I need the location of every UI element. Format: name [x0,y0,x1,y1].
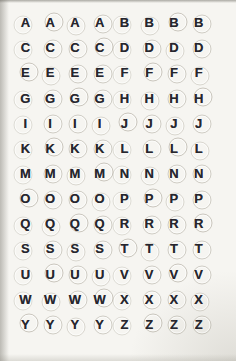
sticker-letter: C [45,41,54,54]
sticker-letter: U [95,268,104,281]
sticker-cell[interactable]: F [162,60,187,85]
sticker-cell[interactable]: Y [38,312,63,337]
sticker-cell[interactable]: B [112,10,137,35]
sticker-letter: P [145,192,154,205]
sticker-letter: C [95,41,104,54]
sticker-cell[interactable]: Z [112,312,137,337]
sticker-letter: T [145,242,153,255]
sticker-cell[interactable]: X [112,287,137,312]
sticker-letter: Z [170,318,178,331]
sticker-letter: C [70,41,79,54]
sticker-cell[interactable]: Y [63,312,88,337]
sticker-letter: Q [95,217,105,230]
sticker-cell[interactable]: V [137,262,162,287]
sticker-circle-outline [68,115,87,134]
sticker-cell[interactable]: G [38,85,63,110]
sticker-letter: N [120,167,129,180]
sticker-cell[interactable]: D [112,35,137,60]
sticker-letter: Y [71,318,80,331]
sticker-cell[interactable]: C [87,35,112,60]
sticker-letter: K [21,142,30,155]
sticker-cell[interactable]: O [13,186,38,211]
sticker-letter: M [45,167,56,180]
sticker-letter: A [95,16,104,29]
sticker-letter: J [146,117,153,130]
sticker-cell[interactable]: K [13,136,38,161]
sticker-cell[interactable]: E [38,60,63,85]
sticker-letter: R [169,217,178,230]
sticker-letter: W [19,293,31,306]
sticker-cell[interactable]: Q [63,211,88,236]
sticker-cell[interactable]: J [186,111,211,136]
sticker-cell[interactable]: O [63,186,88,211]
sticker-letter: B [120,16,129,29]
sticker-letter: H [194,92,203,105]
sticker-cell[interactable]: L [112,136,137,161]
sticker-cell[interactable]: U [13,262,38,287]
sticker-letter: E [95,66,104,79]
sticker-letter: G [70,92,80,105]
sticker-cell[interactable]: R [162,211,187,236]
sticker-letter: D [144,41,153,54]
sticker-cell[interactable]: H [186,85,211,110]
sticker-cell[interactable]: M [13,161,38,186]
sticker-cell[interactable]: B [162,10,187,35]
sticker-letter: L [195,142,203,155]
sticker-cell[interactable]: U [38,262,63,287]
sticker-cell[interactable]: K [87,136,112,161]
sticker-cell[interactable]: P [162,186,187,211]
sticker-letter: L [120,142,128,155]
sticker-cell[interactable]: N [112,161,137,186]
sticker-cell[interactable]: F [186,60,211,85]
sticker-letter: A [21,16,30,29]
sticker-cell[interactable]: W [13,287,38,312]
sticker-cell[interactable]: L [162,136,187,161]
sticker-letter: G [20,92,30,105]
sticker-cell[interactable]: U [63,262,88,287]
sticker-letter: H [169,92,178,105]
sticker-cell[interactable]: J [112,111,137,136]
sticker-cell[interactable]: G [13,85,38,110]
sticker-cell[interactable]: K [38,136,63,161]
sticker-letter: E [21,66,30,79]
sticker-letter: B [169,16,178,29]
sticker-letter: F [120,66,128,79]
sticker-letter: J [195,117,202,130]
sticker-cell[interactable]: M [38,161,63,186]
sticker-letter: F [170,66,178,79]
sticker-cell[interactable]: Q [13,211,38,236]
sticker-cell[interactable]: U [87,262,112,287]
sticker-cell[interactable]: W [87,287,112,312]
sticker-cell[interactable]: Z [186,312,211,337]
sticker-cell[interactable]: A [38,10,63,35]
sticker-letter: H [144,92,153,105]
sticker-cell[interactable]: N [186,161,211,186]
sticker-letter: M [69,167,80,180]
sticker-cell[interactable]: S [63,236,88,261]
sticker-letter: I [48,117,52,130]
sticker-cell[interactable]: V [112,262,137,287]
sticker-letter: Z [195,318,203,331]
sticker-cell[interactable]: Z [162,312,187,337]
sticker-cell[interactable]: P [112,186,137,211]
sticker-cell[interactable]: R [186,211,211,236]
sticker-letter: L [145,142,153,155]
sticker-letter: C [21,41,30,54]
sticker-cell[interactable]: S [87,236,112,261]
sticker-letter: G [95,92,105,105]
sticker-letter: U [21,268,30,281]
sticker-letter: V [145,268,154,281]
sticker-cell[interactable]: R [137,211,162,236]
sticker-letter: J [170,117,177,130]
sticker-letter: X [170,293,179,306]
sticker-letter: W [44,293,56,306]
sticker-cell[interactable]: J [162,111,187,136]
sticker-letter: O [45,192,55,205]
sticker-cell[interactable]: X [137,287,162,312]
sticker-cell[interactable]: S [38,236,63,261]
sticker-circle-outline [44,115,63,134]
sticker-cell[interactable]: T [186,236,211,261]
sticker-letter: U [45,268,54,281]
sticker-cell[interactable]: Q [38,211,63,236]
sticker-letter: V [194,268,203,281]
sticker-letter: N [194,167,203,180]
sticker-cell[interactable]: E [13,60,38,85]
sticker-letter: M [94,167,105,180]
sticker-cell[interactable]: Y [13,312,38,337]
sticker-cell[interactable]: V [186,262,211,287]
sticker-letter: Y [46,318,55,331]
sticker-letter: A [45,16,54,29]
sticker-letter: D [120,41,129,54]
sticker-cell[interactable]: H [162,85,187,110]
sticker-cell[interactable]: R [112,211,137,236]
sticker-cell[interactable]: E [87,60,112,85]
sticker-cell[interactable]: F [137,60,162,85]
sticker-letter: Y [21,318,30,331]
sticker-letter: I [24,117,28,130]
sticker-letter: K [70,142,79,155]
sticker-cell[interactable]: N [137,161,162,186]
sticker-letter: K [45,142,54,155]
sticker-cell[interactable]: N [162,161,187,186]
sticker-letter: L [170,142,178,155]
sticker-letter: W [69,293,81,306]
sticker-letter: Q [20,217,30,230]
sticker-letter: X [194,293,203,306]
sticker-letter: X [120,293,129,306]
sticker-letter: D [169,41,178,54]
sticker-letter: U [70,268,79,281]
sticker-letter: B [194,16,203,29]
sticker-cell[interactable]: P [186,186,211,211]
sticker-cell[interactable]: O [38,186,63,211]
sticker-letter: Q [70,217,80,230]
sticker-letter: S [95,242,104,255]
sticker-letter: I [73,117,77,130]
sticker-cell[interactable]: M [63,161,88,186]
sticker-cell[interactable]: W [38,287,63,312]
sticker-cell[interactable]: I [87,111,112,136]
sticker-cell[interactable]: C [63,35,88,60]
sticker-letter: R [120,217,129,230]
sticker-letter: A [70,16,79,29]
sticker-letter: D [194,41,203,54]
sticker-cell[interactable]: X [162,287,187,312]
sticker-sheet: AAAABBBBCCCCDDDDEEEEFFFFGGGGHHHHIIIIJJJJ… [0,0,236,361]
sticker-letter: T [120,242,128,255]
sticker-letter: F [195,66,203,79]
letter-grid: AAAABBBBCCCCDDDDEEEEFFFFGGGGHHHHIIIIJJJJ… [13,10,211,337]
sticker-cell[interactable]: I [63,111,88,136]
sticker-cell[interactable]: L [186,136,211,161]
sticker-cell[interactable]: D [137,35,162,60]
sticker-cell[interactable]: I [13,111,38,136]
sticker-cell[interactable]: Y [87,312,112,337]
sticker-letter: E [71,66,80,79]
sticker-cell[interactable]: X [186,287,211,312]
sticker-letter: R [194,217,203,230]
sticker-cell[interactable]: S [13,236,38,261]
sticker-letter: N [144,167,153,180]
sticker-letter: S [46,242,55,255]
sticker-cell[interactable]: T [162,236,187,261]
sticker-letter: S [21,242,30,255]
sticker-letter: X [145,293,154,306]
sticker-letter: Z [120,318,128,331]
sticker-cell[interactable]: V [162,262,187,287]
sticker-cell[interactable]: B [186,10,211,35]
sticker-letter: Z [145,318,153,331]
sticker-cell[interactable]: Z [137,312,162,337]
sticker-letter: I [98,117,102,130]
sticker-cell[interactable]: O [87,186,112,211]
sticker-cell[interactable]: D [162,35,187,60]
sticker-letter: P [170,192,179,205]
sticker-letter: W [93,293,105,306]
sticker-cell[interactable]: K [63,136,88,161]
sticker-cell[interactable]: W [63,287,88,312]
sticker-cell[interactable]: B [137,10,162,35]
sticker-cell[interactable]: A [87,10,112,35]
sticker-cell[interactable]: T [137,236,162,261]
sticker-cell[interactable]: T [112,236,137,261]
sticker-letter: S [71,242,80,255]
sticker-letter: M [20,167,31,180]
sticker-letter: H [120,92,129,105]
sticker-letter: N [169,167,178,180]
sticker-letter: J [121,117,128,130]
sticker-letter: K [95,142,104,155]
sticker-cell[interactable]: H [112,85,137,110]
sticker-cell[interactable]: J [137,111,162,136]
sticker-letter: V [120,268,129,281]
sticker-cell[interactable]: H [137,85,162,110]
sticker-letter: Y [95,318,104,331]
sticker-cell[interactable]: A [13,10,38,35]
sticker-cell[interactable]: C [13,35,38,60]
sticker-letter: O [95,192,105,205]
sticker-letter: R [144,217,153,230]
sticker-cell[interactable]: G [87,85,112,110]
sticker-cell[interactable]: Q [87,211,112,236]
sticker-cell[interactable]: F [112,60,137,85]
sticker-cell[interactable]: I [38,111,63,136]
sticker-letter: P [120,192,129,205]
sticker-letter: T [195,242,203,255]
sticker-cell[interactable]: P [137,186,162,211]
sticker-cell[interactable]: M [87,161,112,186]
sticker-letter: P [194,192,203,205]
sticker-cell[interactable]: G [63,85,88,110]
sticker-letter: Q [45,217,55,230]
sticker-letter: O [20,192,30,205]
sticker-letter: O [70,192,80,205]
sticker-cell[interactable]: D [186,35,211,60]
sticker-letter: B [144,16,153,29]
sticker-cell[interactable]: C [38,35,63,60]
sticker-letter: G [45,92,55,105]
sticker-letter: F [145,66,153,79]
sticker-letter: T [170,242,178,255]
sticker-letter: V [170,268,179,281]
sticker-cell[interactable]: A [63,10,88,35]
sticker-cell[interactable]: L [137,136,162,161]
sticker-cell[interactable]: E [63,60,88,85]
sticker-letter: E [46,66,55,79]
